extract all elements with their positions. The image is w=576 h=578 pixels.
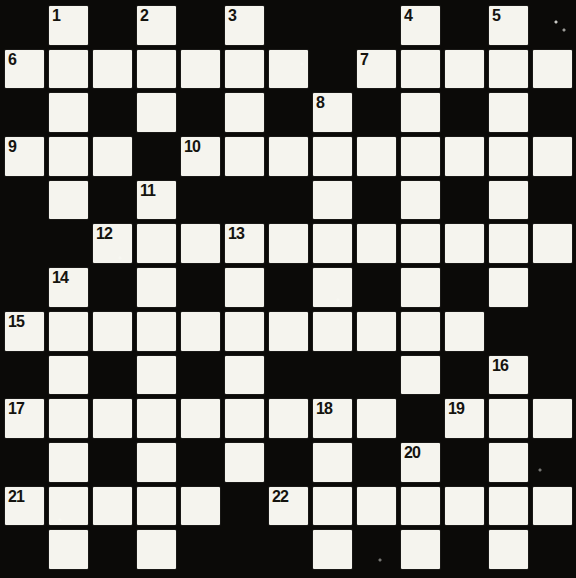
white-cell-r11c1[interactable] [49,487,88,526]
white-cell-r5c12[interactable] [533,224,572,263]
block-cell-r4c10 [445,181,484,220]
block-cell-r7c12 [533,312,572,351]
white-cell-r0c1[interactable]: 1 [49,6,88,45]
clue-number: 15 [8,312,24,332]
clue-number: 9 [8,137,16,157]
clue-number: 2 [140,6,148,26]
white-cell-r11c0[interactable]: 21 [5,487,44,526]
white-cell-r4c7[interactable] [313,181,352,220]
white-cell-r4c9[interactable] [401,181,440,220]
block-cell-r10c2 [93,443,132,482]
clue-number: 1 [52,6,60,26]
white-cell-r5c2[interactable]: 12 [93,224,132,263]
white-cell-r9c5[interactable] [225,399,264,438]
scanned-crossword-page: 12345678910111213141516171819202122 [0,0,576,578]
clue-number: 4 [404,6,412,26]
white-cell-r1c0[interactable]: 6 [5,50,44,89]
white-cell-r4c11[interactable] [489,181,528,220]
white-cell-r5c4[interactable] [181,224,220,263]
block-cell-r2c8 [357,93,396,132]
white-cell-r7c1[interactable] [49,312,88,351]
white-cell-r0c3[interactable]: 2 [137,6,176,45]
block-cell-r6c0 [5,268,44,307]
block-cell-r0c4 [181,6,220,45]
white-cell-r8c1[interactable] [49,356,88,395]
block-cell-r5c1 [49,224,88,263]
white-cell-r10c9[interactable]: 20 [401,443,440,482]
block-cell-r3c3 [137,137,176,176]
white-cell-r1c12[interactable] [533,50,572,89]
white-cell-r3c2[interactable] [93,137,132,176]
crossword-board: 12345678910111213141516171819202122 [0,0,576,578]
white-cell-r7c8[interactable] [357,312,396,351]
white-cell-r3c12[interactable] [533,137,572,176]
crossword-grid: 12345678910111213141516171819202122 [5,6,572,569]
white-cell-r7c3[interactable] [137,312,176,351]
white-cell-r11c10[interactable] [445,487,484,526]
white-cell-r2c5[interactable] [225,93,264,132]
white-cell-r9c2[interactable] [93,399,132,438]
block-cell-r10c6 [269,443,308,482]
white-cell-r7c10[interactable] [445,312,484,351]
block-cell-r8c0 [5,356,44,395]
white-cell-r3c6[interactable] [269,137,308,176]
block-cell-r10c4 [181,443,220,482]
block-cell-r6c4 [181,268,220,307]
clue-number: 22 [272,487,288,507]
white-cell-r3c7[interactable] [313,137,352,176]
white-cell-r5c6[interactable] [269,224,308,263]
block-cell-r12c0 [5,530,44,569]
white-cell-r2c11[interactable] [489,93,528,132]
white-cell-r9c7[interactable]: 18 [313,399,352,438]
clue-number: 20 [404,443,420,463]
white-cell-r1c8[interactable]: 7 [357,50,396,89]
white-cell-r3c0[interactable]: 9 [5,137,44,176]
white-cell-r7c5[interactable] [225,312,264,351]
white-cell-r9c0[interactable]: 17 [5,399,44,438]
block-cell-r5c0 [5,224,44,263]
white-cell-r1c3[interactable] [137,50,176,89]
white-cell-r10c5[interactable] [225,443,264,482]
white-cell-r3c10[interactable] [445,137,484,176]
white-cell-r11c3[interactable] [137,487,176,526]
block-cell-r4c8 [357,181,396,220]
clue-number: 12 [96,224,112,244]
white-cell-r12c9[interactable] [401,530,440,569]
block-cell-r8c2 [93,356,132,395]
white-cell-r0c11[interactable]: 5 [489,6,528,45]
block-cell-r0c7 [313,6,352,45]
block-cell-r2c2 [93,93,132,132]
block-cell-r2c12 [533,93,572,132]
block-cell-r10c12 [533,443,572,482]
white-cell-r1c4[interactable] [181,50,220,89]
white-cell-r7c6[interactable] [269,312,308,351]
block-cell-r1c7 [313,50,352,89]
block-cell-r2c4 [181,93,220,132]
block-cell-r0c0 [5,6,44,45]
white-cell-r8c9[interactable] [401,356,440,395]
clue-number: 21 [8,487,24,507]
clue-number: 3 [228,6,236,26]
white-cell-r7c2[interactable] [93,312,132,351]
clue-number: 14 [52,268,68,288]
block-cell-r12c10 [445,530,484,569]
white-cell-r5c5[interactable]: 13 [225,224,264,263]
block-cell-r12c2 [93,530,132,569]
white-cell-r12c11[interactable] [489,530,528,569]
white-cell-r2c9[interactable] [401,93,440,132]
white-cell-r9c3[interactable] [137,399,176,438]
white-cell-r6c3[interactable] [137,268,176,307]
white-cell-r3c8[interactable] [357,137,396,176]
white-cell-r9c4[interactable] [181,399,220,438]
block-cell-r12c6 [269,530,308,569]
clue-number: 8 [316,93,324,113]
block-cell-r12c5 [225,530,264,569]
block-cell-r12c8 [357,530,396,569]
white-cell-r8c5[interactable] [225,356,264,395]
white-cell-r3c4[interactable]: 10 [181,137,220,176]
block-cell-r12c4 [181,530,220,569]
white-cell-r1c6[interactable] [269,50,308,89]
block-cell-r0c6 [269,6,308,45]
block-cell-r11c5 [225,487,264,526]
white-cell-r10c11[interactable] [489,443,528,482]
white-cell-r6c1[interactable]: 14 [49,268,88,307]
block-cell-r6c2 [93,268,132,307]
block-cell-r6c10 [445,268,484,307]
block-cell-r4c4 [181,181,220,220]
clue-number: 7 [360,50,368,70]
white-cell-r12c3[interactable] [137,530,176,569]
block-cell-r0c8 [357,6,396,45]
white-cell-r9c10[interactable]: 19 [445,399,484,438]
white-cell-r0c9[interactable]: 4 [401,6,440,45]
block-cell-r6c8 [357,268,396,307]
clue-number: 5 [492,6,500,26]
white-cell-r6c5[interactable] [225,268,264,307]
block-cell-r0c10 [445,6,484,45]
white-cell-r3c5[interactable] [225,137,264,176]
white-cell-r12c7[interactable] [313,530,352,569]
white-cell-r11c6[interactable]: 22 [269,487,308,526]
white-cell-r8c3[interactable] [137,356,176,395]
white-cell-r7c0[interactable]: 15 [5,312,44,351]
block-cell-r10c8 [357,443,396,482]
white-cell-r3c1[interactable] [49,137,88,176]
white-cell-r11c7[interactable] [313,487,352,526]
white-cell-r11c9[interactable] [401,487,440,526]
white-cell-r5c7[interactable] [313,224,352,263]
block-cell-r2c10 [445,93,484,132]
clue-number: 17 [8,399,24,419]
block-cell-r4c12 [533,181,572,220]
white-cell-r8c11[interactable]: 16 [489,356,528,395]
white-cell-r5c10[interactable] [445,224,484,263]
white-cell-r10c3[interactable] [137,443,176,482]
clue-number: 16 [492,356,508,376]
white-cell-r1c10[interactable] [445,50,484,89]
white-cell-r9c11[interactable] [489,399,528,438]
block-cell-r9c9 [401,399,440,438]
white-cell-r2c7[interactable]: 8 [313,93,352,132]
white-cell-r6c11[interactable] [489,268,528,307]
white-cell-r3c9[interactable] [401,137,440,176]
block-cell-r8c12 [533,356,572,395]
white-cell-r11c12[interactable] [533,487,572,526]
white-cell-r1c1[interactable] [49,50,88,89]
white-cell-r7c4[interactable] [181,312,220,351]
block-cell-r6c6 [269,268,308,307]
white-cell-r9c12[interactable] [533,399,572,438]
white-cell-r12c1[interactable] [49,530,88,569]
block-cell-r8c8 [357,356,396,395]
clue-number: 13 [228,224,244,244]
white-cell-r0c5[interactable]: 3 [225,6,264,45]
block-cell-r4c0 [5,181,44,220]
white-cell-r11c11[interactable] [489,487,528,526]
white-cell-r4c3[interactable]: 11 [137,181,176,220]
white-cell-r11c2[interactable] [93,487,132,526]
white-cell-r2c3[interactable] [137,93,176,132]
clue-number: 11 [140,181,155,201]
block-cell-r2c0 [5,93,44,132]
block-cell-r0c2 [93,6,132,45]
white-cell-r11c4[interactable] [181,487,220,526]
block-cell-r7c11 [489,312,528,351]
white-cell-r7c9[interactable] [401,312,440,351]
block-cell-r10c0 [5,443,44,482]
white-cell-r10c7[interactable] [313,443,352,482]
white-cell-r7c7[interactable] [313,312,352,351]
white-cell-r2c1[interactable] [49,93,88,132]
clue-number: 10 [184,137,200,157]
block-cell-r8c4 [181,356,220,395]
clue-number: 18 [316,399,332,419]
white-cell-r6c9[interactable] [401,268,440,307]
block-cell-r6c12 [533,268,572,307]
white-cell-r11c8[interactable] [357,487,396,526]
white-cell-r9c6[interactable] [269,399,308,438]
white-cell-r1c9[interactable] [401,50,440,89]
white-cell-r9c1[interactable] [49,399,88,438]
block-cell-r8c7 [313,356,352,395]
clue-number: 6 [8,50,16,70]
white-cell-r9c8[interactable] [357,399,396,438]
white-cell-r5c3[interactable] [137,224,176,263]
white-cell-r5c9[interactable] [401,224,440,263]
white-cell-r1c11[interactable] [489,50,528,89]
white-cell-r1c2[interactable] [93,50,132,89]
white-cell-r4c1[interactable] [49,181,88,220]
white-cell-r10c1[interactable] [49,443,88,482]
block-cell-r2c6 [269,93,308,132]
clue-number: 19 [448,399,464,419]
white-cell-r6c7[interactable] [313,268,352,307]
white-cell-r3c11[interactable] [489,137,528,176]
white-cell-r1c5[interactable] [225,50,264,89]
block-cell-r8c6 [269,356,308,395]
block-cell-r12c12 [533,530,572,569]
block-cell-r4c6 [269,181,308,220]
block-cell-r4c5 [225,181,264,220]
block-cell-r4c2 [93,181,132,220]
white-cell-r5c11[interactable] [489,224,528,263]
block-cell-r0c12 [533,6,572,45]
white-cell-r5c8[interactable] [357,224,396,263]
block-cell-r10c10 [445,443,484,482]
block-cell-r8c10 [445,356,484,395]
